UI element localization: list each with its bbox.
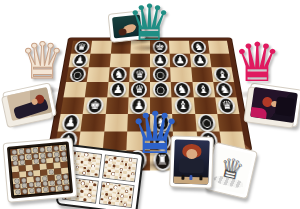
token-q[interactable]: ♛ bbox=[131, 82, 147, 97]
token-o[interactable]: ○ bbox=[153, 67, 169, 82]
mini-token bbox=[19, 149, 23, 153]
token-p[interactable]: ♟ bbox=[109, 82, 126, 97]
board-square[interactable]: ○ bbox=[150, 82, 172, 97]
mini-token bbox=[33, 148, 37, 152]
figure-dress bbox=[275, 96, 295, 116]
mini-token bbox=[36, 182, 40, 186]
token-o[interactable]: ○ bbox=[153, 82, 169, 97]
mini-token bbox=[40, 147, 44, 151]
pink-queen-piece[interactable]: ♛ bbox=[233, 36, 281, 90]
mini-token bbox=[22, 189, 26, 193]
board-square[interactable] bbox=[209, 54, 231, 68]
mini-token bbox=[14, 179, 18, 183]
mini-chessboard bbox=[9, 144, 71, 197]
card-puzzle-board-art bbox=[7, 141, 73, 198]
token-p[interactable]: ♟ bbox=[172, 54, 188, 68]
mini-token bbox=[26, 149, 30, 153]
board-square[interactable] bbox=[91, 41, 112, 54]
token-b[interactable]: ♝ bbox=[195, 82, 213, 97]
figure-hair bbox=[118, 28, 127, 36]
token-q[interactable]: ♛ bbox=[218, 97, 237, 113]
mini-token bbox=[54, 146, 58, 150]
board-square[interactable] bbox=[102, 131, 127, 150]
board-square[interactable]: ♞ bbox=[188, 41, 209, 54]
token-p[interactable]: ♟ bbox=[71, 54, 88, 68]
board-square[interactable] bbox=[63, 82, 87, 97]
board-square[interactable]: ♛ bbox=[215, 97, 239, 113]
board-square[interactable]: ♟ bbox=[170, 54, 191, 68]
board-square[interactable]: ♟ bbox=[150, 54, 170, 68]
mini-token bbox=[54, 152, 58, 156]
mini-token bbox=[28, 172, 32, 176]
token-p[interactable]: ♟ bbox=[192, 54, 209, 68]
card-sketch-art: ♕ bbox=[209, 146, 253, 194]
board-square[interactable] bbox=[169, 41, 189, 54]
mini-token bbox=[19, 155, 23, 159]
card-puzzle-board[interactable] bbox=[3, 137, 78, 203]
mini-token bbox=[47, 147, 51, 151]
mini-diagram-board bbox=[98, 181, 134, 208]
board-square[interactable]: ♟ bbox=[107, 82, 129, 97]
board-square[interactable]: ♟ bbox=[58, 114, 83, 132]
mini-token bbox=[13, 161, 17, 165]
board-square[interactable] bbox=[193, 97, 217, 113]
board-square[interactable] bbox=[85, 82, 108, 97]
board-square[interactable] bbox=[87, 67, 109, 82]
token-b[interactable]: ♝ bbox=[214, 67, 232, 82]
board-square[interactable]: ♛ bbox=[129, 67, 150, 82]
token-k[interactable]: ♚ bbox=[86, 97, 104, 113]
token-n[interactable]: ♞ bbox=[111, 67, 128, 82]
mini-square bbox=[91, 199, 95, 202]
card-deck-left-art bbox=[7, 87, 53, 121]
mini-token bbox=[57, 181, 61, 185]
mini-token bbox=[26, 154, 30, 158]
mini-square bbox=[62, 185, 69, 191]
board-square[interactable] bbox=[217, 114, 242, 132]
mini-token bbox=[60, 146, 64, 150]
mini-token bbox=[55, 158, 59, 162]
token-n[interactable]: ♞ bbox=[191, 41, 207, 54]
token-o[interactable]: ○ bbox=[69, 67, 87, 82]
mini-token bbox=[33, 154, 37, 158]
token-n[interactable]: ♞ bbox=[174, 82, 191, 97]
mini-token bbox=[15, 184, 19, 188]
mini-square bbox=[94, 173, 98, 176]
mini-token bbox=[63, 180, 67, 184]
mini-token bbox=[40, 153, 44, 157]
board-square[interactable] bbox=[191, 67, 213, 82]
mini-token bbox=[61, 151, 65, 155]
board-square[interactable]: ♛ bbox=[128, 82, 150, 97]
mini-token bbox=[34, 160, 38, 164]
board-square[interactable]: ♝ bbox=[211, 67, 234, 82]
mini-token bbox=[50, 187, 54, 191]
mini-token bbox=[35, 177, 39, 181]
board-square[interactable] bbox=[105, 97, 128, 113]
board-square[interactable]: ♞ bbox=[171, 82, 193, 97]
mini-token bbox=[42, 176, 46, 180]
board-square[interactable]: ♚ bbox=[83, 97, 107, 113]
mini-token bbox=[43, 188, 47, 192]
board-square[interactable]: ○ bbox=[66, 67, 89, 82]
board-square[interactable] bbox=[170, 67, 192, 82]
mini-token bbox=[21, 178, 25, 182]
board-square[interactable]: ♞ bbox=[108, 67, 130, 82]
teal-queen-piece[interactable]: ♛ bbox=[127, 0, 172, 48]
mini-token bbox=[47, 153, 51, 157]
board-square[interactable]: ♟ bbox=[69, 54, 91, 68]
blue-queen-piece[interactable]: ♛ bbox=[129, 104, 181, 162]
mini-token bbox=[20, 161, 24, 165]
mini-token bbox=[61, 157, 65, 161]
token-q[interactable]: ♛ bbox=[132, 67, 148, 82]
dress-accent bbox=[250, 107, 267, 119]
token-n[interactable]: ♞ bbox=[216, 82, 234, 97]
mini-token bbox=[49, 170, 53, 174]
mini-token bbox=[29, 183, 33, 187]
mini-token bbox=[95, 173, 98, 176]
board-square[interactable]: ♟ bbox=[190, 54, 212, 68]
cream-queen-piece[interactable]: ♛ bbox=[20, 36, 65, 86]
mini-square bbox=[130, 178, 134, 181]
mini-chess-piece bbox=[199, 175, 202, 180]
mini-token bbox=[56, 175, 60, 179]
token-q[interactable]: ♛ bbox=[73, 41, 90, 54]
product-photo-scene: ♛♚♞♟♟♟♟○♞♛○♝♟♛○♞♝♞♚♟♝♛♟♞○♟♟♝♞♜♜♜♛ ♛ ♛ ♛ … bbox=[0, 0, 300, 209]
token-p[interactable]: ♟ bbox=[152, 54, 167, 68]
figure-arms bbox=[179, 159, 204, 174]
mini-chess-piece bbox=[189, 175, 192, 180]
mini-token bbox=[29, 189, 33, 193]
mini-token bbox=[15, 190, 19, 194]
board-square[interactable]: ○ bbox=[195, 114, 220, 132]
mini-token bbox=[50, 181, 54, 185]
board-square[interactable] bbox=[89, 54, 111, 68]
mini-token bbox=[36, 188, 40, 192]
mini-token bbox=[41, 159, 45, 163]
mini-token bbox=[57, 186, 61, 190]
mini-token bbox=[63, 174, 67, 178]
mini-token bbox=[43, 182, 47, 186]
mini-token bbox=[12, 150, 16, 154]
mini-token bbox=[12, 156, 16, 160]
board-square[interactable]: ♝ bbox=[192, 82, 215, 97]
token-o[interactable]: ○ bbox=[197, 114, 216, 132]
board-square[interactable] bbox=[208, 41, 229, 54]
mini-square bbox=[127, 204, 131, 207]
board-square[interactable] bbox=[130, 54, 150, 68]
board-square[interactable] bbox=[81, 114, 106, 132]
token-p[interactable]: ♟ bbox=[60, 114, 80, 132]
mini-token bbox=[22, 184, 26, 188]
mini-chess-piece bbox=[181, 175, 184, 180]
board-square[interactable]: ○ bbox=[150, 67, 171, 82]
mini-token bbox=[64, 186, 68, 190]
board-square[interactable]: ♛ bbox=[71, 41, 92, 54]
board-square[interactable] bbox=[104, 114, 128, 132]
board-square[interactable] bbox=[61, 97, 85, 113]
board-square[interactable] bbox=[109, 54, 130, 68]
